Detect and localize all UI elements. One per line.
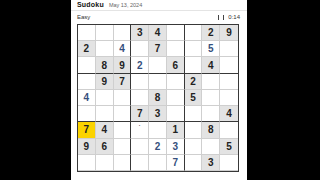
cell-r4c8[interactable] [202,74,220,90]
timer: 0:14 [228,14,240,20]
cell-r4c7[interactable]: 2 [185,74,203,90]
cell-r8c4[interactable] [131,139,149,155]
cell-r4c9[interactable] [220,74,238,90]
cell-r6c8[interactable] [202,106,220,122]
cell-r2c3[interactable]: 4 [114,41,132,57]
cell-r3c3[interactable]: 9 [114,57,132,73]
cell-r6c1[interactable] [78,106,96,122]
cell-r3c6[interactable]: 6 [167,57,185,73]
cell-r2c9[interactable] [220,41,238,57]
cell-r7c5[interactable] [149,122,167,138]
cell-r9c7[interactable] [185,155,203,171]
cell-r7c2[interactable]: 4 [96,122,114,138]
cell-r7c1[interactable]: 7 [78,122,96,138]
cell-r6c9[interactable]: 4 [220,106,238,122]
cell-r6c5[interactable]: 3 [149,106,167,122]
cell-r9c3[interactable] [114,155,132,171]
cell-r7c8[interactable]: 8 [202,122,220,138]
toolbar-right: 0:14 [218,14,240,20]
cell-r1c3[interactable] [114,25,132,41]
cell-r1c7[interactable] [185,25,203,41]
cell-r8c9[interactable]: 5 [220,139,238,155]
puzzle-date: May 13, 2024 [109,2,142,9]
right-letterbox-bar [247,0,320,180]
cell-r2c7[interactable] [185,41,203,57]
pencil-mark: · [139,122,141,129]
pause-icon[interactable] [218,15,224,20]
sudoku-board: 342924758926497248573474·189623573 [77,24,239,172]
cell-r4c4[interactable] [131,74,149,90]
cell-r6c6[interactable] [167,106,185,122]
screenshot-stage: Sudoku May 13, 2024 Easy 0:14 3429247589… [0,0,320,180]
cell-r3c5[interactable] [149,57,167,73]
cell-r9c4[interactable] [131,155,149,171]
cell-r5c7[interactable]: 5 [185,90,203,106]
cell-r9c6[interactable]: 7 [167,155,185,171]
page-title: Sudoku [77,1,104,8]
cell-r5c1[interactable]: 4 [78,90,96,106]
cell-r2c8[interactable]: 5 [202,41,220,57]
difficulty-tab[interactable]: Easy [77,14,90,20]
cell-r4c6[interactable] [167,74,185,90]
cell-r8c2[interactable]: 6 [96,139,114,155]
cell-r8c8[interactable] [202,139,220,155]
cell-r2c1[interactable]: 2 [78,41,96,57]
cell-r1c5[interactable]: 4 [149,25,167,41]
cell-r7c3[interactable] [114,122,132,138]
cell-r1c8[interactable]: 2 [202,25,220,41]
cell-r1c9[interactable]: 9 [220,25,238,41]
cell-r3c9[interactable] [220,57,238,73]
cell-r6c3[interactable] [114,106,132,122]
game-panel: Sudoku May 13, 2024 Easy 0:14 3429247589… [71,0,247,180]
cell-r7c9[interactable] [220,122,238,138]
cell-r4c1[interactable] [78,74,96,90]
cell-r1c6[interactable] [167,25,185,41]
cell-r3c4[interactable]: 2 [131,57,149,73]
header: Sudoku May 13, 2024 [71,0,247,11]
cell-r5c8[interactable] [202,90,220,106]
cell-r6c2[interactable] [96,106,114,122]
cell-r5c6[interactable] [167,90,185,106]
cell-r1c2[interactable] [96,25,114,41]
cell-r1c1[interactable] [78,25,96,41]
cell-r8c3[interactable] [114,139,132,155]
cell-r6c7[interactable] [185,106,203,122]
cell-r1c4[interactable]: 3 [131,25,149,41]
cell-r2c2[interactable] [96,41,114,57]
cell-r8c6[interactable]: 3 [167,139,185,155]
cell-r3c2[interactable]: 8 [96,57,114,73]
cell-r3c7[interactable] [185,57,203,73]
cell-r9c5[interactable] [149,155,167,171]
cell-r3c8[interactable]: 4 [202,57,220,73]
cell-r5c2[interactable] [96,90,114,106]
cell-r3c1[interactable] [78,57,96,73]
cell-r2c6[interactable] [167,41,185,57]
cell-r9c1[interactable] [78,155,96,171]
cell-r9c9[interactable] [220,155,238,171]
cell-r2c5[interactable]: 7 [149,41,167,57]
toolbar: Easy 0:14 [71,11,247,23]
cell-r5c5[interactable]: 8 [149,90,167,106]
cell-r4c3[interactable]: 7 [114,74,132,90]
cell-r8c7[interactable] [185,139,203,155]
cell-r7c7[interactable] [185,122,203,138]
cell-r5c4[interactable] [131,90,149,106]
cell-r5c9[interactable] [220,90,238,106]
cell-r2c4[interactable] [131,41,149,57]
cell-r9c2[interactable] [96,155,114,171]
cell-r7c6[interactable]: 1 [167,122,185,138]
cell-r8c1[interactable]: 9 [78,139,96,155]
cell-r8c5[interactable]: 2 [149,139,167,155]
cell-r4c2[interactable]: 9 [96,74,114,90]
cell-r7c4[interactable]: · [131,122,149,138]
left-letterbox-bar [0,0,71,180]
cell-r5c3[interactable] [114,90,132,106]
cell-r9c8[interactable]: 3 [202,155,220,171]
cell-r4c5[interactable] [149,74,167,90]
cell-r6c4[interactable]: 7 [131,106,149,122]
